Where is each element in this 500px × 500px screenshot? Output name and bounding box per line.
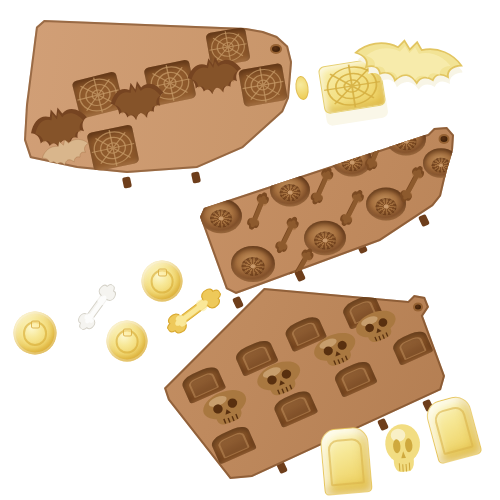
- bone-cavity: [396, 163, 428, 205]
- bat-cavity: [25, 99, 95, 160]
- pumpkin-web-round-cavity: [386, 123, 426, 156]
- cavity-center-dot: [218, 216, 223, 220]
- spiderweb-cavity: [238, 63, 288, 107]
- tombstone-plaque: [290, 321, 320, 347]
- halloween-mold-product-photo: [0, 0, 500, 500]
- mold-foot: [122, 176, 132, 188]
- gummy-pumpkin-stem: [158, 269, 167, 277]
- tombstone-cavity: [272, 388, 319, 428]
- gummy-tombstone: [423, 393, 483, 465]
- tombstone-cavity: [233, 337, 278, 377]
- mold-foot: [418, 214, 430, 227]
- cavity-ridges: [376, 198, 397, 215]
- bone-cavity: [244, 190, 272, 233]
- gummy-fragment: [294, 75, 310, 101]
- tombstone-plaque: [348, 299, 377, 324]
- gummy-pumpkin: [142, 261, 183, 302]
- spiderweb-cavity: [143, 59, 196, 107]
- tombstone-plaque: [280, 395, 311, 422]
- cavity-center-dot: [288, 190, 293, 194]
- pumpkin-web-round-cavity: [423, 148, 459, 178]
- spiderweb-cavity: [86, 124, 139, 172]
- bat-cavity: [184, 51, 246, 102]
- gummy-tombstone-plaque: [433, 405, 474, 455]
- cavity-center-dot: [439, 163, 443, 167]
- tombstone-plaque: [188, 371, 219, 398]
- gummy-skull: [381, 421, 425, 478]
- cavity-ridges: [210, 209, 232, 227]
- tombstone-cavity: [340, 292, 383, 330]
- gummy-tombstone-plaque: [328, 437, 365, 486]
- tombstone-plaque: [217, 431, 249, 459]
- cavity-center-dot: [404, 139, 409, 143]
- gummy-pumpkin: [14, 312, 57, 355]
- tombstone-cavity: [332, 358, 377, 398]
- tombstone-cavity: [283, 314, 327, 353]
- pumpkin-web-round-cavity: [332, 144, 372, 177]
- cavity-center-dot: [350, 160, 355, 164]
- spiderweb-cavity: [72, 71, 125, 119]
- cavity-ridges: [432, 157, 451, 172]
- mold-foot: [232, 296, 244, 309]
- hanging-hole-icon: [413, 303, 423, 312]
- skull-cavity: [349, 303, 406, 351]
- cavity-ridges: [342, 154, 363, 171]
- bone-cavity: [307, 165, 336, 207]
- tombstone-plaque: [398, 335, 427, 360]
- skull-cavity: [306, 325, 365, 375]
- bone-cavity: [362, 131, 390, 174]
- pumpkin-web-round-cavity: [366, 188, 406, 221]
- skull-cavity: [249, 353, 310, 405]
- skull-cavity: [195, 382, 257, 435]
- demolded-bat-piece: [38, 132, 94, 174]
- pumpkin-web-round-cavity: [231, 246, 275, 282]
- bat-cavity: [106, 75, 170, 130]
- gummy-pumpkin: [107, 321, 148, 362]
- hanging-hole-icon: [270, 44, 282, 54]
- tombstone-cavity: [390, 328, 433, 366]
- gummy-pumpkin-stem: [123, 329, 132, 337]
- gummy-pumpkin-stem: [31, 320, 40, 328]
- cavity-ridges: [242, 257, 265, 276]
- cavity-ridges: [396, 133, 417, 150]
- spiderweb-cavity: [205, 27, 250, 67]
- tombstone-cavity: [209, 423, 257, 464]
- cavity-ridges: [314, 231, 336, 249]
- pumpkin-web-round-cavity: [304, 221, 346, 255]
- pumpkin-web-round-cavity: [270, 174, 310, 207]
- bone-cavity: [336, 187, 367, 229]
- bone-cavity: [272, 214, 303, 256]
- pumpkin-web-round-cavity: [200, 199, 242, 233]
- cavity-center-dot: [250, 264, 255, 268]
- cavity-center-dot: [322, 238, 327, 242]
- cavity-ridges: [280, 184, 301, 201]
- tombstone-plaque: [340, 366, 371, 392]
- tombstone-cavity: [180, 364, 227, 404]
- mold-foot: [191, 171, 201, 183]
- hanging-hole-icon: [439, 134, 450, 144]
- cavity-center-dot: [384, 204, 389, 208]
- tombstone-plaque: [241, 345, 272, 371]
- gummy-tombstone: [319, 426, 373, 496]
